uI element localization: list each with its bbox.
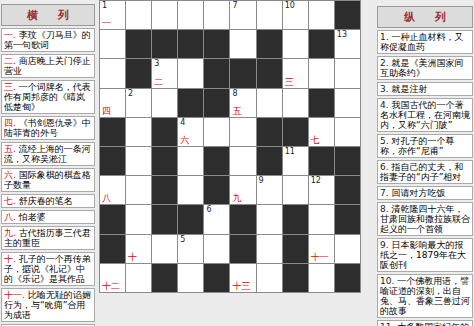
white-cell[interactable]: 2 — [126, 89, 152, 118]
black-cell — [335, 1, 361, 30]
black-cell — [204, 147, 230, 176]
black-cell — [257, 147, 283, 176]
black-cell — [335, 147, 361, 176]
down-clue-item: 9. 日本影响最大的报纸之一，1879年在大阪创刊 — [377, 238, 473, 272]
black-cell — [335, 264, 361, 293]
down-clue-item: 3. 就是注射 — [377, 82, 473, 96]
across-clue-item: 五. 流经上海的一条河流，又称吴淞江 — [1, 142, 95, 166]
white-cell[interactable] — [257, 205, 283, 234]
white-cell[interactable] — [152, 89, 178, 118]
clue-number: 6. — [380, 162, 391, 172]
black-cell — [152, 30, 178, 59]
black-cell — [283, 118, 309, 147]
clue-text: 就是注射 — [391, 84, 427, 94]
down-clue-start-number: 4 — [180, 118, 185, 127]
white-cell[interactable] — [335, 89, 361, 118]
clue-number: 六. — [4, 170, 19, 180]
clue-text: 怕老婆 — [19, 212, 46, 222]
white-cell[interactable] — [100, 59, 126, 88]
black-cell — [257, 59, 283, 88]
clue-number: 11. — [380, 322, 397, 326]
clue-text: 指自己的丈夫，和指妻子的“内子”相对 — [380, 162, 463, 182]
white-cell[interactable] — [126, 1, 152, 30]
black-cell — [257, 30, 283, 59]
white-cell[interactable]: 10 — [283, 1, 309, 30]
black-cell — [335, 205, 361, 234]
white-cell[interactable] — [335, 59, 361, 88]
across-clue-start-mark: 十一 — [311, 253, 329, 262]
clue-number: 五. — [4, 144, 19, 154]
black-cell — [204, 89, 230, 118]
white-cell[interactable] — [283, 176, 309, 205]
black-cell — [309, 147, 335, 176]
across-clue-item: 八. 怕老婆 — [1, 210, 95, 224]
across-clue-item: 三. 一个词牌名，代表作有周邦彦的《晴岚低楚甸》 — [1, 80, 95, 114]
white-cell[interactable] — [309, 205, 335, 234]
black-cell — [100, 235, 126, 264]
clue-number: 三. — [4, 82, 19, 92]
white-cell[interactable] — [335, 118, 361, 147]
down-header: 纵 列 — [377, 6, 473, 28]
black-cell — [100, 147, 126, 176]
white-cell[interactable] — [126, 118, 152, 147]
white-cell[interactable] — [309, 1, 335, 30]
down-clue-start-number: 9 — [259, 176, 264, 185]
white-cell[interactable] — [178, 176, 204, 205]
across-clue-start-mark: 九 — [232, 194, 241, 203]
white-cell[interactable] — [204, 118, 230, 147]
down-clue-start-number: 6 — [206, 205, 211, 214]
across-clue-start-mark: 二 — [154, 78, 163, 87]
clue-text: 就是《美洲国家间互助条约》 — [380, 58, 463, 78]
down-clue-start-number: 5 — [180, 235, 185, 244]
across-header: 横 列 — [1, 4, 95, 26]
white-cell[interactable] — [126, 205, 152, 234]
down-clue-start-number: 7 — [232, 1, 237, 10]
clue-text: 我国古代的一个著名水利工程，在河南境内，又称“六门陂” — [380, 100, 470, 130]
black-cell — [152, 264, 178, 293]
white-cell[interactable]: 5 — [178, 235, 204, 264]
black-cell — [257, 118, 283, 147]
black-cell — [126, 30, 152, 59]
across-clue-start-mark: 五 — [232, 107, 241, 116]
black-cell — [100, 205, 126, 234]
clue-number: 一. — [4, 30, 19, 40]
down-clue-start-number: 10 — [285, 1, 295, 10]
white-cell[interactable]: 十一 — [309, 235, 335, 264]
clue-number: 九. — [4, 228, 19, 238]
down-clue-start-number: 11 — [285, 147, 295, 156]
across-clue-item: 七. 舒庆春的笔名 — [1, 194, 95, 208]
white-cell[interactable] — [257, 1, 283, 30]
white-cell[interactable] — [126, 264, 152, 293]
white-cell[interactable]: 七 — [309, 118, 335, 147]
across-clue-item: 十. 孔子的一个再传弟子，据说《礼记》中的《乐记》是其作品 — [1, 252, 95, 286]
down-clue-start-number: 12 — [311, 176, 321, 185]
white-cell[interactable] — [283, 30, 309, 59]
white-cell[interactable]: 十 — [126, 235, 152, 264]
clue-number: 10. — [380, 276, 397, 286]
down-clue-start-number: 3 — [154, 59, 159, 68]
white-cell[interactable] — [152, 235, 178, 264]
black-cell — [126, 59, 152, 88]
white-cell[interactable] — [257, 89, 283, 118]
black-cell — [309, 89, 335, 118]
white-cell[interactable] — [178, 264, 204, 293]
white-cell[interactable] — [230, 147, 256, 176]
down-clue-start-number: 13 — [337, 30, 347, 39]
crossword-grid[interactable]: 1一710133二三四28五4六七11八九9126十5十一十二十三 — [99, 0, 361, 293]
black-cell — [335, 176, 361, 205]
black-cell — [178, 205, 204, 234]
black-cell — [152, 147, 178, 176]
down-clue-start-number: 8 — [232, 89, 237, 98]
white-cell[interactable]: 11 — [283, 147, 309, 176]
clue-text: 清乾隆四十六年，甘肃回族和撒拉族联合起义的一个首领 — [380, 204, 470, 234]
down-clue-item: 4. 我国古代的一个著名水利工程，在河南境内，又称“六门陂” — [377, 98, 473, 132]
white-cell[interactable]: 四 — [100, 89, 126, 118]
across-clue-list: 一. 李玟《刀马旦》的第一句歌词二. 商店晚上关门停止营业三. 一个词牌名，代表… — [1, 28, 95, 326]
across-clue-start-mark: 四 — [102, 107, 111, 116]
black-cell — [230, 235, 256, 264]
black-cell — [152, 176, 178, 205]
clue-number: 9. — [380, 240, 391, 250]
across-clue-item: 二. 商店晚上关门停止营业 — [1, 54, 95, 78]
across-clue-item: 六. 国际象棋的棋盘格子数量 — [1, 168, 95, 192]
white-cell[interactable] — [335, 235, 361, 264]
across-clue-start-mark: 八 — [102, 194, 111, 203]
white-cell[interactable]: 十二 — [100, 264, 126, 293]
white-cell[interactable] — [204, 235, 230, 264]
across-clue-item: 四. 《书剑恩仇录》中陆菲青的外号 — [1, 116, 95, 140]
white-cell[interactable] — [230, 118, 256, 147]
white-cell[interactable] — [309, 264, 335, 293]
clue-text: 对孔子的一个尊称，亦作“尼甫” — [380, 136, 454, 156]
white-cell[interactable] — [230, 30, 256, 59]
down-clue-item: 7. 回请对方吃饭 — [377, 186, 473, 200]
white-cell[interactable] — [283, 89, 309, 118]
black-cell — [178, 89, 204, 118]
black-cell — [283, 235, 309, 264]
across-panel: 横 列 一. 李玟《刀马旦》的第一句歌词二. 商店晚上关门停止营业三. 一个词牌… — [1, 4, 95, 326]
white-cell[interactable]: 十三 — [230, 264, 256, 293]
clue-text: 一种止血材料，又称促凝血药 — [380, 32, 463, 52]
clue-number: 8. — [380, 204, 391, 214]
down-clue-start-number: 2 — [128, 89, 133, 98]
down-clue-item: 5. 对孔子的一个尊称，亦作“尼甫” — [377, 134, 473, 158]
down-clue-item: 1. 一种止血材料，又称促凝血药 — [377, 30, 473, 54]
down-clue-item: 10. 一个佛教用语，譬喻证道的深刻，出自兔、马、香象三兽过河的故事 — [377, 274, 473, 318]
black-cell — [230, 205, 256, 234]
across-clue-start-mark: 十 — [128, 253, 137, 262]
white-cell[interactable]: 三 — [283, 59, 309, 88]
clue-number: 十. — [4, 254, 19, 264]
clue-number: 1. — [380, 32, 391, 42]
across-clue-start-mark: 一 — [102, 19, 111, 28]
black-cell — [204, 264, 230, 293]
down-clue-item: 6. 指自己的丈夫，和指妻子的“内子”相对 — [377, 160, 473, 184]
white-cell[interactable]: 6 — [204, 205, 230, 234]
clue-number: 4. — [380, 100, 391, 110]
clue-number: 7. — [380, 188, 391, 198]
white-cell[interactable]: 12 — [309, 176, 335, 205]
black-cell — [204, 59, 230, 88]
clue-number: 十一. — [4, 290, 28, 300]
down-panel: 纵 列 1. 一种止血材料，又称促凝血药2. 就是《美洲国家间互助条约》3. 就… — [377, 6, 473, 326]
white-cell[interactable] — [257, 264, 283, 293]
white-cell[interactable]: 1一 — [100, 1, 126, 30]
across-clue-item: 九. 古代指历事三代君主的重臣 — [1, 226, 95, 250]
clue-text: 舒庆春的笔名 — [19, 196, 73, 206]
clue-number: 四. — [4, 118, 19, 128]
white-cell[interactable]: 八 — [100, 176, 126, 205]
across-clue-start-mark: 七 — [311, 136, 320, 145]
across-clue-item: 一. 李玟《刀马旦》的第一句歌词 — [1, 28, 95, 52]
down-clue-list: 1. 一种止血材料，又称促凝血药2. 就是《美洲国家间互助条约》3. 就是注射4… — [377, 30, 473, 326]
clue-number: 3. — [380, 84, 391, 94]
down-clue-item: 2. 就是《美洲国家间互助条约》 — [377, 56, 473, 80]
clue-number: 2. — [380, 58, 391, 68]
across-clue-start-mark: 十三 — [232, 282, 250, 291]
white-cell[interactable]: 3二 — [152, 59, 178, 88]
white-cell[interactable]: 8五 — [230, 89, 256, 118]
across-clue-start-mark: 十二 — [102, 282, 120, 291]
white-cell[interactable] — [178, 147, 204, 176]
black-cell — [152, 118, 178, 147]
white-cell[interactable] — [204, 1, 230, 30]
across-clue-item: 十一. 比喻无耻的谄媚行为，与“吮痈”合用为成语 — [1, 288, 95, 322]
across-clue-start-mark: 六 — [180, 136, 189, 145]
down-clue-start-number: 1 — [102, 1, 107, 10]
white-cell[interactable]: 13 — [335, 30, 361, 59]
clue-text: 日本影响最大的报纸之一，1879年在大阪创刊 — [380, 240, 466, 270]
clue-number: 5. — [380, 136, 391, 146]
down-clue-item: 8. 清乾隆四十六年，甘肃回族和撒拉族联合起义的一个首领 — [377, 202, 473, 236]
white-cell[interactable] — [178, 59, 204, 88]
white-cell[interactable]: 7 — [230, 1, 256, 30]
black-cell — [178, 30, 204, 59]
white-cell[interactable] — [126, 147, 152, 176]
black-cell — [204, 30, 230, 59]
black-cell — [152, 205, 178, 234]
white-cell[interactable] — [178, 1, 204, 30]
black-cell — [230, 59, 256, 88]
white-cell[interactable]: 九 — [230, 176, 256, 205]
clue-number: 七. — [4, 196, 19, 206]
white-cell[interactable] — [100, 30, 126, 59]
white-cell[interactable] — [257, 235, 283, 264]
white-cell[interactable]: 4六 — [178, 118, 204, 147]
black-cell — [283, 264, 309, 293]
clue-number: 二. — [4, 56, 19, 66]
down-clue-item: 11. 大多数国家纪年的标准 — [377, 320, 473, 326]
white-cell[interactable] — [126, 176, 152, 205]
white-cell[interactable] — [309, 59, 335, 88]
clue-number: 八. — [4, 212, 19, 222]
black-cell — [283, 205, 309, 234]
black-cell — [100, 118, 126, 147]
crossword-page: 横 列 一. 李玟《刀马旦》的第一句歌词二. 商店晚上关门停止营业三. 一个词牌… — [0, 0, 474, 326]
across-clue-start-mark: 三 — [285, 78, 294, 87]
black-cell — [204, 176, 230, 205]
white-cell[interactable]: 9 — [257, 176, 283, 205]
clue-text: 回请对方吃饭 — [391, 188, 445, 198]
black-cell — [309, 30, 335, 59]
white-cell[interactable] — [152, 1, 178, 30]
